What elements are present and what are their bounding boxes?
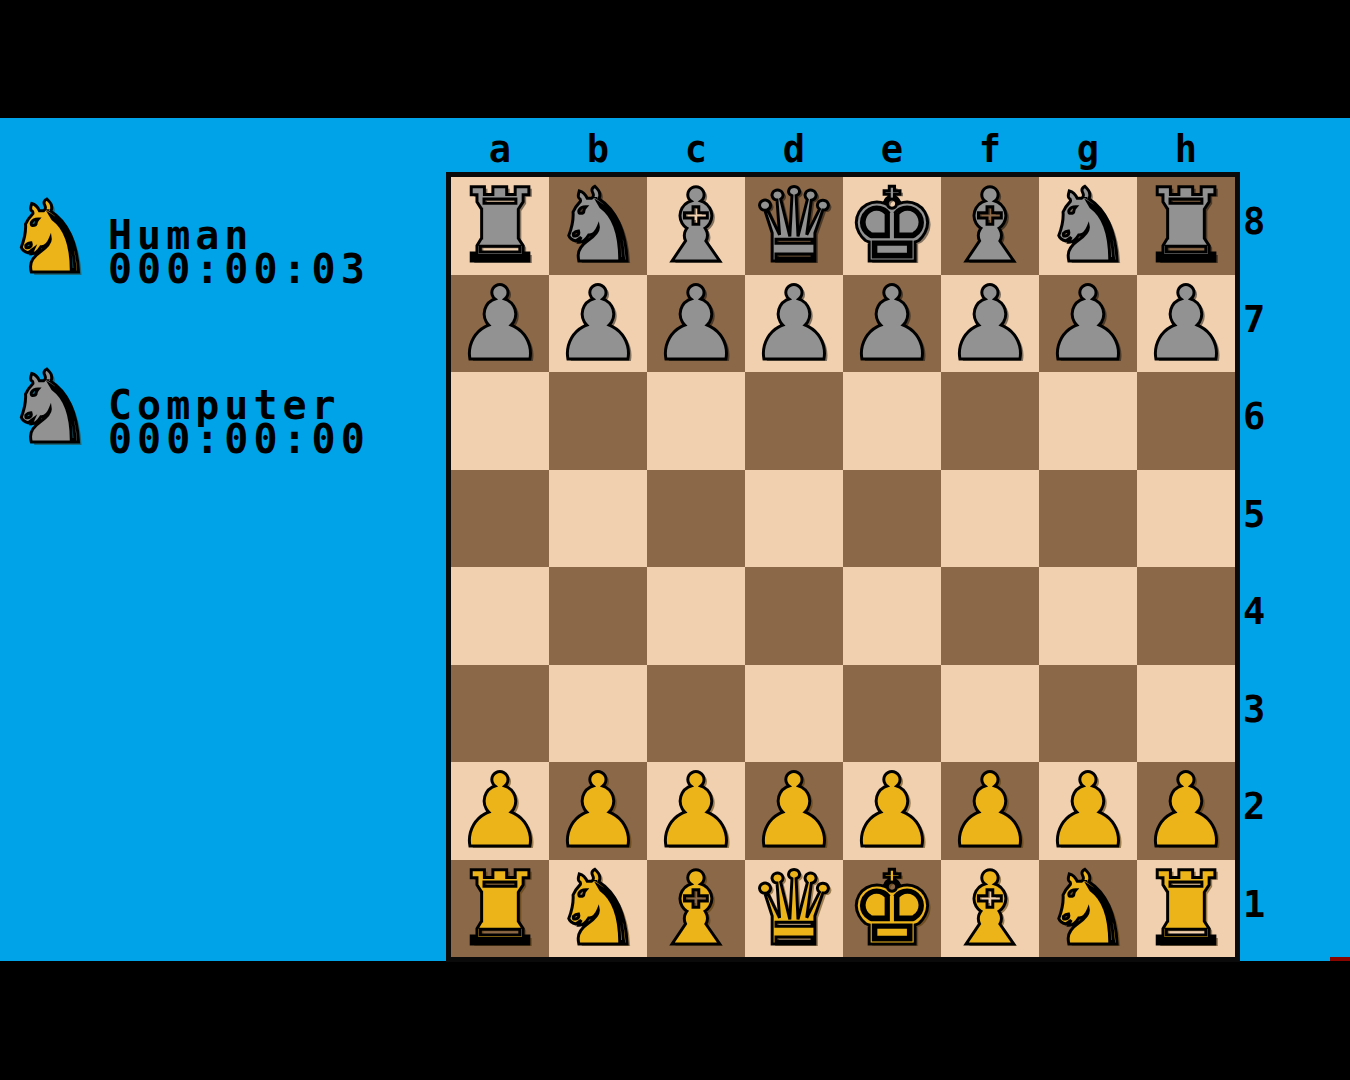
file-label-d: d	[745, 124, 843, 168]
rank-label-2: 2	[1243, 762, 1283, 860]
square-c4[interactable]	[647, 567, 745, 665]
piece-white-pawn[interactable]: ♟	[846, 762, 937, 859]
file-labels: a b c d e f g h	[451, 124, 1235, 168]
square-g8[interactable]: ♞	[1039, 177, 1137, 275]
rank-labels: 8 7 6 5 4 3 2 1	[1243, 177, 1283, 957]
human-clock: 000:00:03	[108, 249, 370, 289]
square-d6[interactable]	[745, 372, 843, 470]
square-f6[interactable]	[941, 372, 1039, 470]
square-g6[interactable]	[1039, 372, 1137, 470]
rank-label-8: 8	[1243, 177, 1283, 275]
piece-white-rook[interactable]: ♜	[454, 860, 545, 957]
square-e8[interactable]: ♚	[843, 177, 941, 275]
piece-white-knight[interactable]: ♞	[552, 860, 643, 957]
square-c8[interactable]: ♝	[647, 177, 745, 275]
piece-black-pawn[interactable]: ♟	[1140, 275, 1231, 372]
square-g7[interactable]: ♟	[1039, 275, 1137, 373]
rank-label-7: 7	[1243, 275, 1283, 373]
square-a4[interactable]	[451, 567, 549, 665]
rank-label-5: 5	[1243, 470, 1283, 568]
square-d2[interactable]: ♟	[745, 762, 843, 860]
square-f7[interactable]: ♟	[941, 275, 1039, 373]
piece-white-bishop[interactable]: ♝	[650, 860, 741, 957]
square-b1[interactable]: ♞	[549, 860, 647, 958]
square-g3[interactable]	[1039, 665, 1137, 763]
chess-board: ♜♞♝♛♚♝♞♜♟♟♟♟♟♟♟♟♟♟♟♟♟♟♟♟♜♞♝♛♚♝♞♜	[446, 172, 1240, 962]
square-g2[interactable]: ♟	[1039, 762, 1137, 860]
piece-black-pawn[interactable]: ♟	[944, 275, 1035, 372]
square-h8[interactable]: ♜	[1137, 177, 1235, 275]
square-e5[interactable]	[843, 470, 941, 568]
square-c5[interactable]	[647, 470, 745, 568]
square-b8[interactable]: ♞	[549, 177, 647, 275]
square-a5[interactable]	[451, 470, 549, 568]
square-f5[interactable]	[941, 470, 1039, 568]
piece-white-pawn[interactable]: ♟	[454, 762, 545, 859]
piece-white-pawn[interactable]: ♟	[944, 762, 1035, 859]
piece-white-queen[interactable]: ♛	[748, 860, 839, 957]
rank-label-1: 1	[1243, 860, 1283, 958]
piece-black-king[interactable]: ♚	[846, 177, 937, 274]
rank-label-3: 3	[1243, 665, 1283, 763]
square-h2[interactable]: ♟	[1137, 762, 1235, 860]
piece-black-rook[interactable]: ♜	[454, 177, 545, 274]
piece-black-pawn[interactable]: ♟	[748, 275, 839, 372]
piece-black-pawn[interactable]: ♟	[650, 275, 741, 372]
chess-app-panel: ♞ Human 000:00:03 ♞ Computer 000:00:00 a…	[0, 118, 1350, 961]
square-e6[interactable]	[843, 372, 941, 470]
gray-knight-icon: ♞	[2, 360, 98, 456]
square-a7[interactable]: ♟	[451, 275, 549, 373]
square-h6[interactable]	[1137, 372, 1235, 470]
square-a3[interactable]	[451, 665, 549, 763]
square-h4[interactable]	[1137, 567, 1235, 665]
screen-artifact	[1330, 957, 1350, 961]
square-e7[interactable]: ♟	[843, 275, 941, 373]
square-b4[interactable]	[549, 567, 647, 665]
square-c2[interactable]: ♟	[647, 762, 745, 860]
square-h1[interactable]: ♜	[1137, 860, 1235, 958]
square-d5[interactable]	[745, 470, 843, 568]
square-c3[interactable]	[647, 665, 745, 763]
square-h3[interactable]	[1137, 665, 1235, 763]
square-h5[interactable]	[1137, 470, 1235, 568]
file-label-e: e	[843, 124, 941, 168]
piece-black-rook[interactable]: ♜	[1140, 177, 1231, 274]
rank-label-6: 6	[1243, 372, 1283, 470]
file-label-g: g	[1039, 124, 1137, 168]
piece-black-pawn[interactable]: ♟	[552, 275, 643, 372]
square-c1[interactable]: ♝	[647, 860, 745, 958]
rank-label-4: 4	[1243, 567, 1283, 665]
square-f2[interactable]: ♟	[941, 762, 1039, 860]
square-d1[interactable]: ♛	[745, 860, 843, 958]
emulator-screen: ♞ Human 000:00:03 ♞ Computer 000:00:00 a…	[0, 0, 1350, 1080]
square-b6[interactable]	[549, 372, 647, 470]
piece-black-queen[interactable]: ♛	[748, 177, 839, 274]
square-e4[interactable]	[843, 567, 941, 665]
square-d3[interactable]	[745, 665, 843, 763]
square-b7[interactable]: ♟	[549, 275, 647, 373]
square-c6[interactable]	[647, 372, 745, 470]
square-f4[interactable]	[941, 567, 1039, 665]
piece-black-pawn[interactable]: ♟	[1042, 275, 1133, 372]
piece-white-bishop[interactable]: ♝	[944, 860, 1035, 957]
piece-white-pawn[interactable]: ♟	[552, 762, 643, 859]
file-label-f: f	[941, 124, 1039, 168]
square-b5[interactable]	[549, 470, 647, 568]
square-h7[interactable]: ♟	[1137, 275, 1235, 373]
square-a8[interactable]: ♜	[451, 177, 549, 275]
square-d7[interactable]: ♟	[745, 275, 843, 373]
piece-black-pawn[interactable]: ♟	[846, 275, 937, 372]
square-a6[interactable]	[451, 372, 549, 470]
square-g5[interactable]	[1039, 470, 1137, 568]
piece-white-knight[interactable]: ♞	[1042, 860, 1133, 957]
piece-black-pawn[interactable]: ♟	[454, 275, 545, 372]
gold-knight-icon: ♞	[2, 190, 98, 286]
piece-white-pawn[interactable]: ♟	[1042, 762, 1133, 859]
square-f1[interactable]: ♝	[941, 860, 1039, 958]
file-label-h: h	[1137, 124, 1235, 168]
piece-black-knight[interactable]: ♞	[552, 177, 643, 274]
square-d4[interactable]	[745, 567, 843, 665]
square-f8[interactable]: ♝	[941, 177, 1039, 275]
square-f3[interactable]	[941, 665, 1039, 763]
square-c7[interactable]: ♟	[647, 275, 745, 373]
computer-clock: 000:00:00	[108, 419, 370, 459]
piece-white-pawn[interactable]: ♟	[1140, 762, 1231, 859]
square-a2[interactable]: ♟	[451, 762, 549, 860]
file-label-c: c	[647, 124, 745, 168]
square-d8[interactable]: ♛	[745, 177, 843, 275]
square-b2[interactable]: ♟	[549, 762, 647, 860]
square-g1[interactable]: ♞	[1039, 860, 1137, 958]
piece-black-bishop[interactable]: ♝	[650, 177, 741, 274]
piece-white-king[interactable]: ♚	[846, 860, 937, 957]
file-label-a: a	[451, 124, 549, 168]
piece-white-pawn[interactable]: ♟	[650, 762, 741, 859]
piece-black-bishop[interactable]: ♝	[944, 177, 1035, 274]
file-label-b: b	[549, 124, 647, 168]
piece-white-rook[interactable]: ♜	[1140, 860, 1231, 957]
square-e2[interactable]: ♟	[843, 762, 941, 860]
square-b3[interactable]	[549, 665, 647, 763]
square-e1[interactable]: ♚	[843, 860, 941, 958]
square-a1[interactable]: ♜	[451, 860, 549, 958]
square-g4[interactable]	[1039, 567, 1137, 665]
square-e3[interactable]	[843, 665, 941, 763]
piece-white-pawn[interactable]: ♟	[748, 762, 839, 859]
piece-black-knight[interactable]: ♞	[1042, 177, 1133, 274]
